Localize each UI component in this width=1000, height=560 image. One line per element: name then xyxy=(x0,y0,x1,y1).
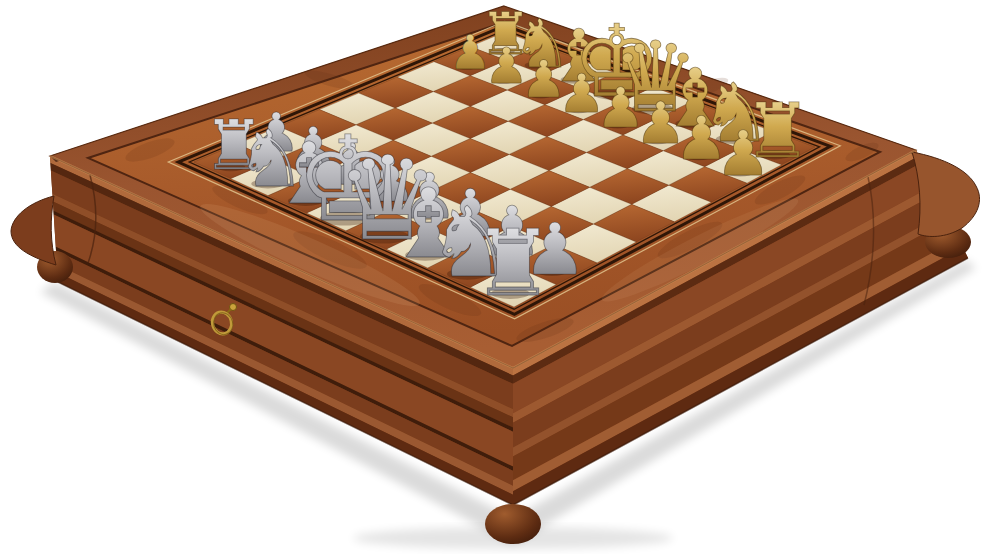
piece-white-pawn-a2: ♟ xyxy=(715,117,771,190)
molding-ear-left xyxy=(11,196,56,265)
chess-set: ♜♞♟♝♟♚♟♛♟♝♟♞♟♟♜♟♟♜♟♟♞♟♝♟♚♟♛♟♝♟♞♜ xyxy=(0,0,1000,560)
piece-black-rook-a8: ♜ xyxy=(472,210,554,317)
molding-ear-right xyxy=(912,152,980,236)
product-photo-scene: ♜♞♟♝♟♚♟♛♟♝♟♞♟♟♜♟♟♜♟♟♞♟♝♟♚♟♛♟♝♟♞♜ xyxy=(0,0,1000,560)
bun-foot-front xyxy=(485,504,541,544)
